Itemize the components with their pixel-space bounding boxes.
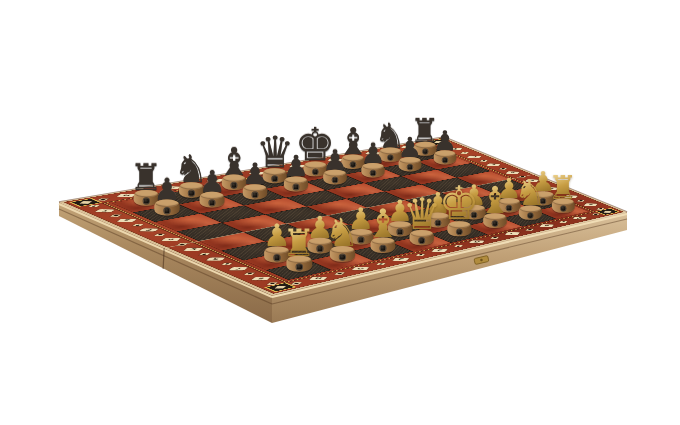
border-inlay-diamond	[455, 245, 463, 247]
border-inlay-diamond	[422, 143, 430, 145]
file-label: E	[432, 249, 448, 252]
border-inlay-diamond	[491, 237, 499, 239]
border-inlay-diamond	[176, 243, 187, 245]
rank-label: 4	[506, 171, 520, 174]
border-inlay-diamond	[461, 152, 469, 154]
border-inlay-diamond	[577, 200, 584, 202]
rank-label: 8	[584, 203, 597, 206]
border-inlay-diamond	[98, 198, 109, 200]
rank-label: 6	[206, 257, 225, 260]
border-inlay-diamond	[145, 190, 155, 192]
border-inlay-diamond	[538, 184, 545, 186]
border-inlay-diamond	[221, 263, 231, 265]
file-label: H	[310, 277, 328, 280]
border-inlay-diamond	[387, 149, 395, 151]
border-inlay-diamond	[232, 176, 241, 178]
rank-label: 4	[161, 238, 180, 241]
border-inlay-diamond	[499, 168, 506, 170]
rank-label: 5	[183, 248, 202, 251]
rank-label: 5	[525, 179, 539, 182]
file-label: C	[328, 158, 344, 161]
border-inlay-diamond	[189, 183, 199, 185]
border-inlay-diamond	[292, 282, 302, 284]
file-label: G	[163, 186, 181, 189]
rank-label: 6	[545, 187, 559, 190]
file-label: A	[401, 146, 416, 149]
chess-set-photo: 1122334455667788AABBCCDDEEFFGGHH ♜♞♝♛♚♝♞…	[0, 0, 680, 425]
rank-label: 3	[139, 228, 159, 231]
file-label: H	[117, 194, 136, 197]
file-label: A	[573, 217, 587, 220]
file-label: D	[470, 240, 485, 243]
border-inlay-diamond	[312, 162, 321, 164]
rank-label: 2	[467, 155, 481, 158]
rank-label: 1	[95, 209, 115, 212]
file-label: G	[352, 267, 369, 270]
border-inlay-diamond	[560, 221, 567, 223]
border-inlay-diamond	[417, 254, 426, 256]
border-inlay-diamond	[558, 192, 565, 194]
rank-label: 7	[228, 267, 247, 270]
file-label: C	[506, 232, 521, 235]
rank-label: 3	[486, 163, 500, 166]
border-inlay-diamond	[593, 213, 600, 215]
border-inlay-diamond	[335, 272, 345, 274]
file-label: F	[393, 258, 410, 261]
border-inlay-diamond	[244, 273, 254, 275]
border-inlay-diamond	[273, 169, 282, 171]
border-inlay-diamond	[442, 144, 450, 146]
file-label: F	[207, 179, 225, 182]
border-inlay-diamond	[377, 263, 386, 265]
border-inlay-diamond	[110, 214, 121, 216]
border-inlay-diamond	[132, 224, 143, 226]
border-inlay-diamond	[526, 229, 534, 231]
file-label: B	[365, 152, 380, 155]
border-inlay-diamond	[480, 160, 487, 162]
file-label: B	[540, 224, 554, 227]
border-inlay-diamond	[88, 205, 99, 207]
rank-label: 7	[564, 195, 578, 198]
rank-label: 2	[117, 219, 137, 222]
rank-label: 1	[448, 148, 462, 151]
border-inlay-diamond	[519, 176, 526, 178]
file-label: E	[249, 172, 266, 175]
rank-label: 8	[251, 277, 270, 280]
file-label: D	[289, 165, 305, 168]
border-inlay-diamond	[199, 253, 209, 255]
border-inlay-diamond	[350, 155, 358, 157]
border-inlay-diamond	[154, 234, 165, 236]
